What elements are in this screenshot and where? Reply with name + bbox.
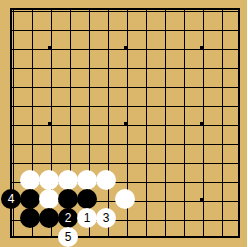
- white-stone: [39, 189, 59, 209]
- white-stone: 3: [96, 208, 116, 228]
- black-stone: [20, 189, 40, 209]
- black-stone: [77, 189, 97, 209]
- black-stone: 2: [58, 208, 78, 228]
- go-board: 42135: [2, 0, 248, 247]
- white-stone: [20, 170, 40, 190]
- black-stone: 4: [1, 189, 21, 209]
- black-stone: [20, 208, 40, 228]
- white-stone: [77, 170, 97, 190]
- white-stone: [58, 170, 78, 190]
- white-stone: [39, 170, 59, 190]
- black-stone: [58, 189, 78, 209]
- white-stone: 5: [58, 227, 78, 247]
- white-stone: [115, 189, 135, 209]
- white-stone: 1: [77, 208, 97, 228]
- go-board-diagram: 42135: [0, 0, 247, 247]
- black-stone: [39, 208, 59, 228]
- white-stone: [96, 170, 116, 190]
